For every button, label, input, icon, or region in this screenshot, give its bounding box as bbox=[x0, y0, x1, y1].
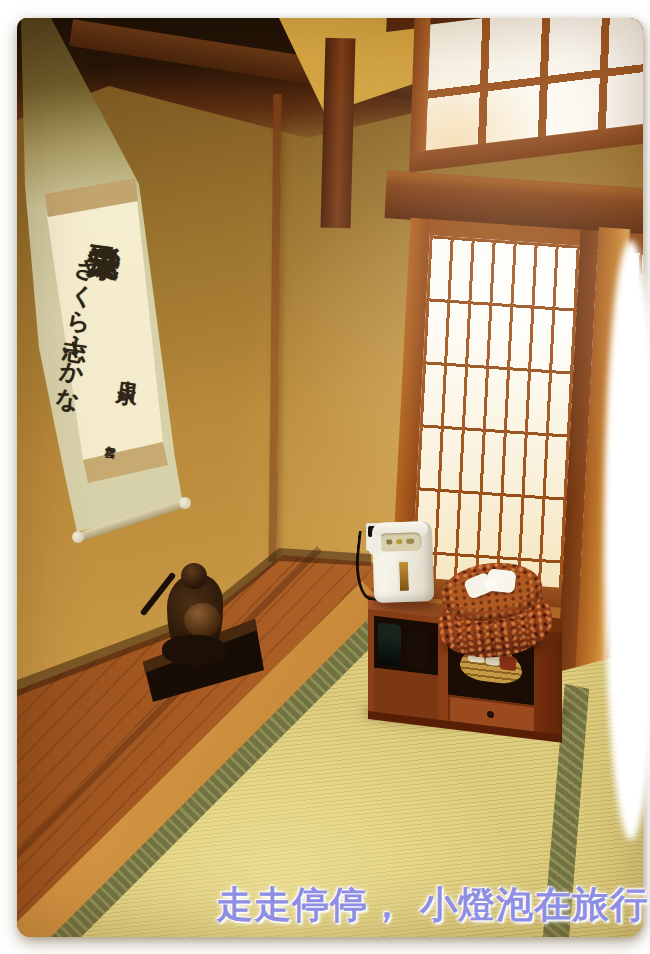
hanging-wall-post bbox=[321, 38, 356, 229]
tea-canister-2 bbox=[407, 630, 427, 669]
scroll-knob-right bbox=[179, 497, 191, 509]
hotei-statue-robe bbox=[162, 635, 226, 665]
cloth-fold-center bbox=[484, 577, 498, 591]
room-photo: 飛瀑千丈 日永よ さくら志ふかな 雲た bbox=[17, 18, 643, 937]
hotei-statue-sack bbox=[184, 603, 221, 637]
thermos-button-2 bbox=[406, 539, 414, 544]
thermos-spout bbox=[367, 536, 382, 555]
lacquer-tea-box bbox=[432, 556, 557, 665]
tea-canister bbox=[378, 622, 401, 667]
thermos-button bbox=[386, 539, 392, 544]
photo-card: 飛瀑千丈 日永よ さくら志ふかな 雲た bbox=[0, 0, 650, 954]
calligraphy-main-small: 日永よ bbox=[116, 365, 141, 392]
folded-cloth bbox=[464, 566, 519, 602]
hotei-statue-head bbox=[181, 563, 207, 589]
calligraphy-signature: 雲た bbox=[104, 437, 117, 451]
thermos-indicator bbox=[396, 539, 402, 544]
photo-edge-curl bbox=[604, 240, 650, 840]
scroll-knob-left bbox=[72, 531, 84, 543]
watermark-text: 走走停停， 小燈泡在旅行 bbox=[216, 880, 646, 930]
electric-thermos bbox=[372, 521, 435, 603]
water-level-gauge bbox=[397, 560, 411, 593]
drawer-knob bbox=[487, 711, 494, 719]
